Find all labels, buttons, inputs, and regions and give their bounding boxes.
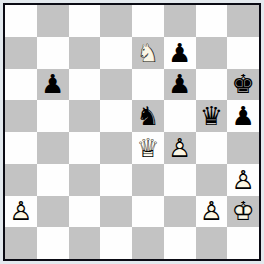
- square-e5[interactable]: ♞: [132, 100, 164, 132]
- square-e7[interactable]: ♞♘: [132, 37, 164, 69]
- square-h1[interactable]: [227, 227, 259, 259]
- square-a5[interactable]: [5, 100, 37, 132]
- square-b1[interactable]: [37, 227, 69, 259]
- square-c6[interactable]: [69, 69, 101, 101]
- square-c7[interactable]: [69, 37, 101, 69]
- piece-black-pawn: ♟: [227, 100, 259, 132]
- square-c4[interactable]: [69, 132, 101, 164]
- chess-diagram: ♞♘♟♟♟♚♞♛♟♛♕♟♙♟♙♟♙♟♙♚♔: [0, 0, 264, 264]
- square-d3[interactable]: [100, 164, 132, 196]
- square-c2[interactable]: [69, 196, 101, 228]
- square-h4[interactable]: [227, 132, 259, 164]
- piece-black-king: ♚: [227, 69, 259, 101]
- square-c5[interactable]: [69, 100, 101, 132]
- square-f8[interactable]: [164, 5, 196, 37]
- chess-board: ♞♘♟♟♟♚♞♛♟♛♕♟♙♟♙♟♙♟♙♚♔: [5, 5, 259, 259]
- square-d1[interactable]: [100, 227, 132, 259]
- square-d4[interactable]: [100, 132, 132, 164]
- square-c3[interactable]: [69, 164, 101, 196]
- square-a6[interactable]: [5, 69, 37, 101]
- square-a4[interactable]: [5, 132, 37, 164]
- square-f1[interactable]: [164, 227, 196, 259]
- square-g3[interactable]: [196, 164, 228, 196]
- square-f5[interactable]: [164, 100, 196, 132]
- square-a3[interactable]: [5, 164, 37, 196]
- square-h2[interactable]: ♚♔: [227, 196, 259, 228]
- square-f3[interactable]: [164, 164, 196, 196]
- square-d5[interactable]: [100, 100, 132, 132]
- piece-black-queen: ♛: [196, 100, 228, 132]
- square-e1[interactable]: [132, 227, 164, 259]
- piece-white-knight: ♞♘: [132, 37, 164, 69]
- square-e3[interactable]: [132, 164, 164, 196]
- square-a2[interactable]: ♟♙: [5, 196, 37, 228]
- square-c8[interactable]: [69, 5, 101, 37]
- square-d8[interactable]: [100, 5, 132, 37]
- square-a7[interactable]: [5, 37, 37, 69]
- square-b4[interactable]: [37, 132, 69, 164]
- square-e6[interactable]: [132, 69, 164, 101]
- piece-white-pawn: ♟♙: [5, 196, 37, 228]
- square-g7[interactable]: [196, 37, 228, 69]
- square-g8[interactable]: [196, 5, 228, 37]
- piece-black-knight: ♞: [132, 100, 164, 132]
- piece-white-king: ♚♔: [227, 196, 259, 228]
- piece-black-pawn: ♟: [37, 69, 69, 101]
- square-f7[interactable]: ♟: [164, 37, 196, 69]
- square-g6[interactable]: [196, 69, 228, 101]
- square-a1[interactable]: [5, 227, 37, 259]
- square-e4[interactable]: ♛♕: [132, 132, 164, 164]
- square-c1[interactable]: [69, 227, 101, 259]
- square-h3[interactable]: ♟♙: [227, 164, 259, 196]
- square-b5[interactable]: [37, 100, 69, 132]
- square-e2[interactable]: [132, 196, 164, 228]
- piece-black-pawn: ♟: [164, 37, 196, 69]
- piece-white-pawn: ♟♙: [164, 132, 196, 164]
- square-b8[interactable]: [37, 5, 69, 37]
- square-b6[interactable]: ♟: [37, 69, 69, 101]
- piece-white-pawn: ♟♙: [227, 164, 259, 196]
- square-b3[interactable]: [37, 164, 69, 196]
- square-f2[interactable]: [164, 196, 196, 228]
- square-g5[interactable]: ♛: [196, 100, 228, 132]
- square-f4[interactable]: ♟♙: [164, 132, 196, 164]
- board-frame: ♞♘♟♟♟♚♞♛♟♛♕♟♙♟♙♟♙♟♙♚♔: [3, 3, 261, 261]
- square-g2[interactable]: ♟♙: [196, 196, 228, 228]
- square-h7[interactable]: [227, 37, 259, 69]
- square-a8[interactable]: [5, 5, 37, 37]
- square-d6[interactable]: [100, 69, 132, 101]
- square-h6[interactable]: ♚: [227, 69, 259, 101]
- piece-white-queen: ♛♕: [132, 132, 164, 164]
- piece-white-pawn: ♟♙: [196, 196, 228, 228]
- square-g1[interactable]: [196, 227, 228, 259]
- square-h8[interactable]: [227, 5, 259, 37]
- piece-black-pawn: ♟: [164, 69, 196, 101]
- square-g4[interactable]: [196, 132, 228, 164]
- square-b7[interactable]: [37, 37, 69, 69]
- square-f6[interactable]: ♟: [164, 69, 196, 101]
- square-h5[interactable]: ♟: [227, 100, 259, 132]
- square-d2[interactable]: [100, 196, 132, 228]
- square-d7[interactable]: [100, 37, 132, 69]
- square-b2[interactable]: [37, 196, 69, 228]
- square-e8[interactable]: [132, 5, 164, 37]
